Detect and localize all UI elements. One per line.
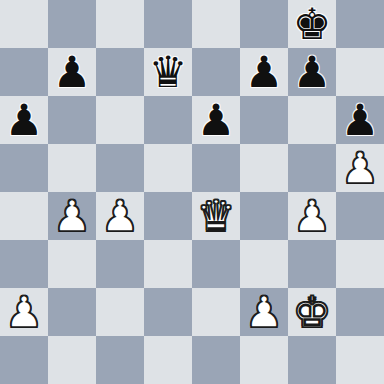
chess-board: ♚♟♛♟♟♟♟♟♟♟♟♛♟♟♟♚: [0, 0, 384, 384]
square-b7[interactable]: ♟: [48, 48, 96, 96]
square-c4[interactable]: ♟: [96, 192, 144, 240]
square-d4[interactable]: [144, 192, 192, 240]
square-d7[interactable]: ♛: [144, 48, 192, 96]
square-g4[interactable]: ♟: [288, 192, 336, 240]
black-pawn[interactable]: ♟: [293, 48, 332, 96]
white-pawn[interactable]: ♟: [341, 144, 380, 192]
square-g3[interactable]: [288, 240, 336, 288]
square-g8[interactable]: ♚: [288, 0, 336, 48]
square-e8[interactable]: [192, 0, 240, 48]
square-c2[interactable]: [96, 288, 144, 336]
black-pawn[interactable]: ♟: [197, 96, 236, 144]
square-g5[interactable]: [288, 144, 336, 192]
square-c1[interactable]: [96, 336, 144, 384]
white-king[interactable]: ♚: [293, 288, 332, 336]
white-pawn[interactable]: ♟: [53, 192, 92, 240]
black-pawn[interactable]: ♟: [53, 48, 92, 96]
square-c3[interactable]: [96, 240, 144, 288]
square-d5[interactable]: [144, 144, 192, 192]
square-g1[interactable]: [288, 336, 336, 384]
square-d2[interactable]: [144, 288, 192, 336]
square-a8[interactable]: [0, 0, 48, 48]
square-g2[interactable]: ♚: [288, 288, 336, 336]
square-c8[interactable]: [96, 0, 144, 48]
square-h7[interactable]: [336, 48, 384, 96]
square-f8[interactable]: [240, 0, 288, 48]
square-h4[interactable]: [336, 192, 384, 240]
square-a5[interactable]: [0, 144, 48, 192]
white-pawn[interactable]: ♟: [293, 192, 332, 240]
white-queen[interactable]: ♛: [197, 192, 236, 240]
white-pawn[interactable]: ♟: [101, 192, 140, 240]
square-e7[interactable]: [192, 48, 240, 96]
square-c5[interactable]: [96, 144, 144, 192]
square-f7[interactable]: ♟: [240, 48, 288, 96]
square-d6[interactable]: [144, 96, 192, 144]
square-c7[interactable]: [96, 48, 144, 96]
black-queen[interactable]: ♛: [149, 48, 188, 96]
square-h3[interactable]: [336, 240, 384, 288]
square-c6[interactable]: [96, 96, 144, 144]
square-e2[interactable]: [192, 288, 240, 336]
square-b3[interactable]: [48, 240, 96, 288]
square-f5[interactable]: [240, 144, 288, 192]
black-pawn[interactable]: ♟: [245, 48, 284, 96]
square-f4[interactable]: [240, 192, 288, 240]
square-h8[interactable]: [336, 0, 384, 48]
square-f2[interactable]: ♟: [240, 288, 288, 336]
square-g6[interactable]: [288, 96, 336, 144]
square-h2[interactable]: [336, 288, 384, 336]
black-pawn[interactable]: ♟: [5, 96, 44, 144]
square-f1[interactable]: [240, 336, 288, 384]
square-b1[interactable]: [48, 336, 96, 384]
black-pawn[interactable]: ♟: [341, 96, 380, 144]
square-b5[interactable]: [48, 144, 96, 192]
square-b4[interactable]: ♟: [48, 192, 96, 240]
square-d1[interactable]: [144, 336, 192, 384]
square-a1[interactable]: [0, 336, 48, 384]
square-b2[interactable]: [48, 288, 96, 336]
square-g7[interactable]: ♟: [288, 48, 336, 96]
square-a4[interactable]: [0, 192, 48, 240]
square-f3[interactable]: [240, 240, 288, 288]
white-pawn[interactable]: ♟: [245, 288, 284, 336]
square-a3[interactable]: [0, 240, 48, 288]
square-f6[interactable]: [240, 96, 288, 144]
square-h5[interactable]: ♟: [336, 144, 384, 192]
square-b8[interactable]: [48, 0, 96, 48]
square-e5[interactable]: [192, 144, 240, 192]
square-a6[interactable]: ♟: [0, 96, 48, 144]
white-pawn[interactable]: ♟: [5, 288, 44, 336]
square-e1[interactable]: [192, 336, 240, 384]
square-d3[interactable]: [144, 240, 192, 288]
square-e6[interactable]: ♟: [192, 96, 240, 144]
square-a7[interactable]: [0, 48, 48, 96]
square-a2[interactable]: ♟: [0, 288, 48, 336]
square-e4[interactable]: ♛: [192, 192, 240, 240]
square-d8[interactable]: [144, 0, 192, 48]
square-e3[interactable]: [192, 240, 240, 288]
square-h6[interactable]: ♟: [336, 96, 384, 144]
black-king[interactable]: ♚: [293, 0, 332, 48]
square-h1[interactable]: [336, 336, 384, 384]
square-b6[interactable]: [48, 96, 96, 144]
